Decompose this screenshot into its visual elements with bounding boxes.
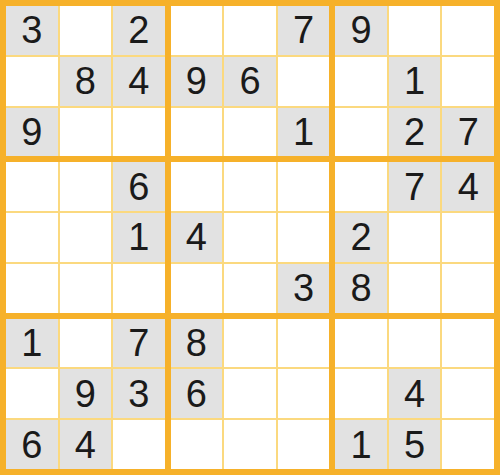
cell-r5c2[interactable] — [60, 213, 112, 262]
cell-r6c1[interactable] — [6, 264, 58, 313]
cell-r7c8[interactable] — [389, 319, 441, 368]
cell-r4c7[interactable] — [335, 162, 387, 211]
cell-r2c5: 6 — [224, 57, 276, 106]
cell-r9c4[interactable] — [171, 420, 223, 469]
cell-r4c8: 7 — [389, 162, 441, 211]
cell-r9c2: 4 — [60, 420, 112, 469]
cell-r9c5[interactable] — [224, 420, 276, 469]
cell-r5c9[interactable] — [442, 213, 494, 262]
cell-r1c8[interactable] — [389, 6, 441, 55]
cell-r4c1[interactable] — [6, 162, 58, 211]
box: 32849 — [6, 6, 165, 156]
cell-r1c2[interactable] — [60, 6, 112, 55]
cell-r2c2: 8 — [60, 57, 112, 106]
cell-r7c6[interactable] — [278, 319, 330, 368]
cell-r4c4[interactable] — [171, 162, 223, 211]
cell-r1c5[interactable] — [224, 6, 276, 55]
cell-r6c4[interactable] — [171, 264, 223, 313]
cell-r4c9: 4 — [442, 162, 494, 211]
cell-r1c1: 3 — [6, 6, 58, 55]
cell-r7c5[interactable] — [224, 319, 276, 368]
cell-r2c7[interactable] — [335, 57, 387, 106]
cell-r8c6[interactable] — [278, 369, 330, 418]
cell-r6c7: 8 — [335, 264, 387, 313]
cell-r5c1[interactable] — [6, 213, 58, 262]
box: 9127 — [335, 6, 494, 156]
box: 415 — [335, 319, 494, 469]
cell-r4c6[interactable] — [278, 162, 330, 211]
box: 7428 — [335, 162, 494, 312]
cell-r8c1[interactable] — [6, 369, 58, 418]
cell-r7c2[interactable] — [60, 319, 112, 368]
cell-r3c1: 9 — [6, 108, 58, 157]
cell-r9c1: 6 — [6, 420, 58, 469]
cell-r1c4[interactable] — [171, 6, 223, 55]
cell-r2c6[interactable] — [278, 57, 330, 106]
cell-r6c9[interactable] — [442, 264, 494, 313]
sudoku-board: 32849 7961 9127 61 43 7428 179364 86 415 — [0, 0, 500, 475]
cell-r8c2: 9 — [60, 369, 112, 418]
cell-r9c3[interactable] — [113, 420, 165, 469]
cell-r5c6[interactable] — [278, 213, 330, 262]
cell-r2c4: 9 — [171, 57, 223, 106]
cell-r1c6: 7 — [278, 6, 330, 55]
box: 43 — [171, 162, 330, 312]
cell-r8c7[interactable] — [335, 369, 387, 418]
cell-r4c3: 6 — [113, 162, 165, 211]
cell-r5c3: 1 — [113, 213, 165, 262]
cell-r6c6: 3 — [278, 264, 330, 313]
cell-r7c7[interactable] — [335, 319, 387, 368]
cell-r8c3: 3 — [113, 369, 165, 418]
cell-r2c1[interactable] — [6, 57, 58, 106]
cell-r4c2[interactable] — [60, 162, 112, 211]
cell-r5c7: 2 — [335, 213, 387, 262]
cell-r8c4: 6 — [171, 369, 223, 418]
cell-r8c9[interactable] — [442, 369, 494, 418]
cell-r7c1: 1 — [6, 319, 58, 368]
cell-r3c5[interactable] — [224, 108, 276, 157]
cell-r5c5[interactable] — [224, 213, 276, 262]
cell-r6c2[interactable] — [60, 264, 112, 313]
cell-r3c7[interactable] — [335, 108, 387, 157]
cell-r9c6[interactable] — [278, 420, 330, 469]
cell-r3c3[interactable] — [113, 108, 165, 157]
cell-r9c7: 1 — [335, 420, 387, 469]
cell-r7c3: 7 — [113, 319, 165, 368]
box: 86 — [171, 319, 330, 469]
cell-r1c3: 2 — [113, 6, 165, 55]
cell-r7c9[interactable] — [442, 319, 494, 368]
box: 7961 — [171, 6, 330, 156]
cell-r3c4[interactable] — [171, 108, 223, 157]
cell-r1c9[interactable] — [442, 6, 494, 55]
cell-r2c3: 4 — [113, 57, 165, 106]
cell-r3c9: 7 — [442, 108, 494, 157]
cell-r6c5[interactable] — [224, 264, 276, 313]
cell-r2c9[interactable] — [442, 57, 494, 106]
cell-r8c8: 4 — [389, 369, 441, 418]
cell-r1c7: 9 — [335, 6, 387, 55]
cell-r8c5[interactable] — [224, 369, 276, 418]
box: 61 — [6, 162, 165, 312]
cell-r2c8: 1 — [389, 57, 441, 106]
cell-r6c3[interactable] — [113, 264, 165, 313]
cell-r5c8[interactable] — [389, 213, 441, 262]
cell-r4c5[interactable] — [224, 162, 276, 211]
cell-r3c6: 1 — [278, 108, 330, 157]
cell-r9c8: 5 — [389, 420, 441, 469]
cell-r6c8[interactable] — [389, 264, 441, 313]
cell-r5c4: 4 — [171, 213, 223, 262]
cell-r9c9[interactable] — [442, 420, 494, 469]
cell-r7c4: 8 — [171, 319, 223, 368]
box: 179364 — [6, 319, 165, 469]
cell-r3c8: 2 — [389, 108, 441, 157]
cell-r3c2[interactable] — [60, 108, 112, 157]
